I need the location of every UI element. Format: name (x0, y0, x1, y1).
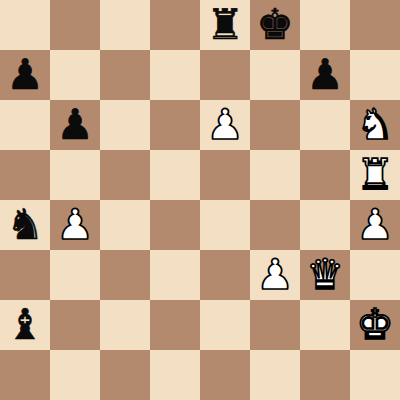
square-d1[interactable] (150, 350, 200, 400)
black-pawn[interactable]: ♟ (300, 50, 350, 100)
square-e8[interactable]: ♜ (200, 0, 250, 50)
square-a3[interactable] (0, 250, 50, 300)
square-h2[interactable]: ♚ (350, 300, 400, 350)
white-king[interactable]: ♚ (350, 300, 400, 350)
white-queen[interactable]: ♛ (300, 250, 350, 300)
square-e2[interactable] (200, 300, 250, 350)
white-pawn[interactable]: ♟ (350, 200, 400, 250)
square-g7[interactable]: ♟ (300, 50, 350, 100)
square-b5[interactable] (50, 150, 100, 200)
square-d3[interactable] (150, 250, 200, 300)
square-f7[interactable] (250, 50, 300, 100)
square-c5[interactable] (100, 150, 150, 200)
square-e7[interactable] (200, 50, 250, 100)
square-f8[interactable]: ♚ (250, 0, 300, 50)
square-b7[interactable] (50, 50, 100, 100)
square-a5[interactable] (0, 150, 50, 200)
square-g2[interactable] (300, 300, 350, 350)
square-f5[interactable] (250, 150, 300, 200)
square-c7[interactable] (100, 50, 150, 100)
square-b8[interactable] (50, 0, 100, 50)
square-g4[interactable] (300, 200, 350, 250)
black-king[interactable]: ♚ (250, 0, 300, 50)
square-g6[interactable] (300, 100, 350, 150)
white-pawn[interactable]: ♟ (200, 100, 250, 150)
square-h1[interactable] (350, 350, 400, 400)
square-e3[interactable] (200, 250, 250, 300)
square-c2[interactable] (100, 300, 150, 350)
square-a2[interactable]: ♝ (0, 300, 50, 350)
white-pawn[interactable]: ♟ (50, 200, 100, 250)
square-d6[interactable] (150, 100, 200, 150)
white-rook[interactable]: ♜ (350, 150, 400, 200)
square-f6[interactable] (250, 100, 300, 150)
square-a4[interactable]: ♞ (0, 200, 50, 250)
square-d8[interactable] (150, 0, 200, 50)
square-g1[interactable] (300, 350, 350, 400)
black-knight[interactable]: ♞ (0, 200, 50, 250)
black-bishop[interactable]: ♝ (0, 300, 50, 350)
square-d4[interactable] (150, 200, 200, 250)
square-c4[interactable] (100, 200, 150, 250)
square-a7[interactable]: ♟ (0, 50, 50, 100)
black-pawn[interactable]: ♟ (0, 50, 50, 100)
square-h6[interactable]: ♞ (350, 100, 400, 150)
square-g5[interactable] (300, 150, 350, 200)
square-f3[interactable]: ♟ (250, 250, 300, 300)
square-a8[interactable] (0, 0, 50, 50)
square-c1[interactable] (100, 350, 150, 400)
square-d5[interactable] (150, 150, 200, 200)
square-e5[interactable] (200, 150, 250, 200)
square-d2[interactable] (150, 300, 200, 350)
square-b1[interactable] (50, 350, 100, 400)
square-a1[interactable] (0, 350, 50, 400)
square-b3[interactable] (50, 250, 100, 300)
square-b2[interactable] (50, 300, 100, 350)
square-c3[interactable] (100, 250, 150, 300)
square-a6[interactable] (0, 100, 50, 150)
black-pawn[interactable]: ♟ (50, 100, 100, 150)
square-h5[interactable]: ♜ (350, 150, 400, 200)
square-f4[interactable] (250, 200, 300, 250)
black-rook[interactable]: ♜ (200, 0, 250, 50)
square-d7[interactable] (150, 50, 200, 100)
square-e4[interactable] (200, 200, 250, 250)
chess-board: ♜♚♟♟♟♟♞♜♞♟♟♟♛♝♚ (0, 0, 400, 400)
square-f2[interactable] (250, 300, 300, 350)
square-b6[interactable]: ♟ (50, 100, 100, 150)
square-g3[interactable]: ♛ (300, 250, 350, 300)
square-e6[interactable]: ♟ (200, 100, 250, 150)
square-h7[interactable] (350, 50, 400, 100)
square-h4[interactable]: ♟ (350, 200, 400, 250)
white-pawn[interactable]: ♟ (250, 250, 300, 300)
square-c8[interactable] (100, 0, 150, 50)
square-f1[interactable] (250, 350, 300, 400)
square-g8[interactable] (300, 0, 350, 50)
square-h8[interactable] (350, 0, 400, 50)
square-e1[interactable] (200, 350, 250, 400)
square-b4[interactable]: ♟ (50, 200, 100, 250)
white-knight[interactable]: ♞ (350, 100, 400, 150)
square-h3[interactable] (350, 250, 400, 300)
square-c6[interactable] (100, 100, 150, 150)
